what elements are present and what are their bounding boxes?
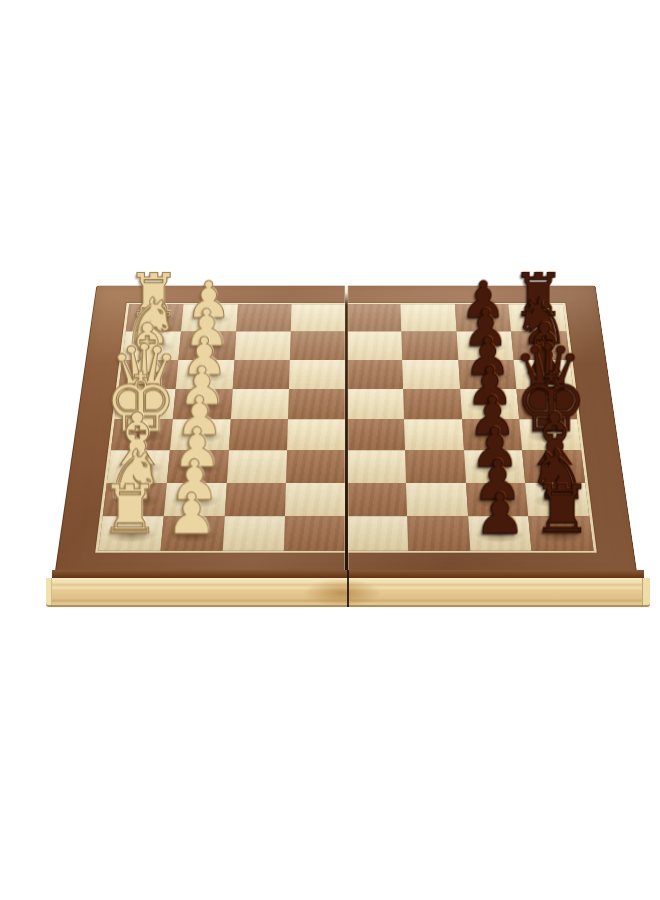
piece-black-pawn[interactable]: ♟ [475,488,526,542]
square-e6[interactable] [404,419,464,450]
square-e3[interactable] [228,419,288,450]
square-f3[interactable] [226,451,287,483]
square-b5[interactable] [346,332,402,360]
box-side-panel [46,570,650,607]
square-c4[interactable] [289,360,346,389]
square-h1[interactable]: ♜ [98,516,163,551]
square-h7[interactable]: ♟ [468,516,532,551]
square-f6[interactable] [405,451,466,483]
square-b4[interactable] [290,332,346,360]
square-h5[interactable] [346,516,408,551]
square-a6[interactable] [400,304,456,331]
square-d6[interactable] [403,389,462,419]
square-b3[interactable] [234,332,291,360]
square-a4[interactable] [291,304,346,331]
square-h6[interactable] [407,516,470,551]
square-h3[interactable] [222,516,285,551]
square-a5[interactable] [346,304,401,331]
square-g6[interactable] [406,483,468,516]
piece-black-rook[interactable]: ♜ [532,478,592,541]
square-c6[interactable] [402,360,460,389]
square-c5[interactable] [346,360,403,389]
square-g4[interactable] [285,483,346,516]
square-b6[interactable] [401,332,458,360]
square-g5[interactable] [346,483,407,516]
square-f4[interactable] [286,451,346,483]
chessboard: ♜♟♟♜♞♟♟♞♝♟♟♝♛♟♟♛♚♟♟♚♝♟♟♝♞♟♟♞♜♟♟♜ [54,286,638,578]
square-h8[interactable]: ♜ [528,516,593,551]
square-e4[interactable] [287,419,346,450]
piece-white-pawn[interactable]: ♟ [166,488,217,542]
square-d5[interactable] [346,389,404,419]
box-right-end [642,578,650,605]
square-f5[interactable] [346,451,406,483]
piece-white-rook[interactable]: ♜ [100,478,160,541]
box-hinge-gap [347,570,349,607]
square-g3[interactable] [224,483,286,516]
box-left-end [46,578,52,605]
square-d3[interactable] [230,389,289,419]
square-c3[interactable] [232,360,290,389]
square-d4[interactable] [288,389,346,419]
square-e5[interactable] [346,419,405,450]
product-photo-chess-set: ♜♟♟♜♞♟♟♞♝♟♟♝♛♟♟♛♚♟♟♚♝♟♟♝♞♟♟♞♜♟♟♜ [0,0,660,900]
square-a3[interactable] [236,304,292,331]
square-h4[interactable] [284,516,346,551]
square-h2[interactable]: ♟ [160,516,224,551]
hinge-seam [344,285,347,580]
